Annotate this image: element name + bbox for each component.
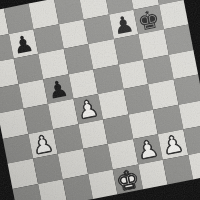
- chess-board: ♟♟♚♟♟♟♟♟♚: [0, 0, 200, 200]
- piece-white-king: ♚: [114, 166, 141, 195]
- chess-diagram-screenshot: ♟♟♚♟♟♟♟♟♚: [0, 0, 200, 200]
- square-h3[interactable]: [178, 100, 200, 130]
